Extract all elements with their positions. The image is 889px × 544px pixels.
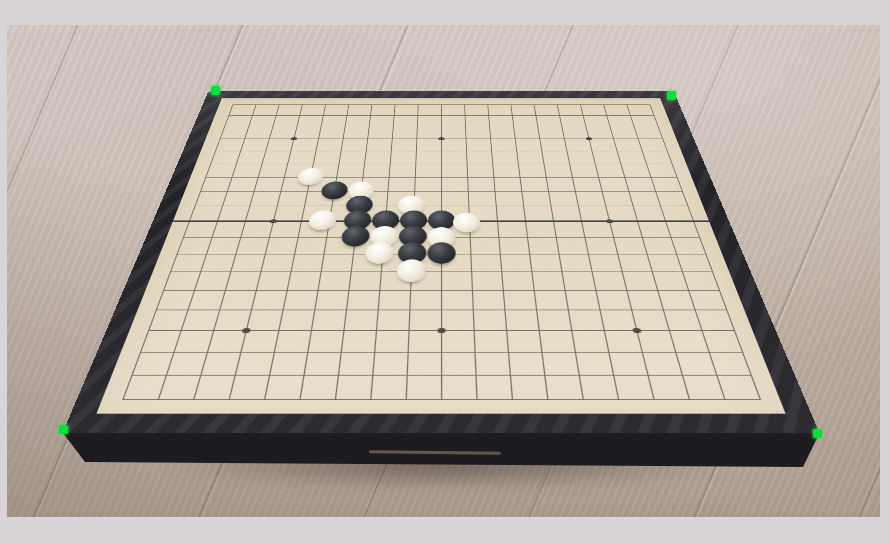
screenshot-canvas bbox=[0, 0, 889, 544]
grid-line-vertical bbox=[649, 104, 760, 399]
white-stone bbox=[307, 210, 337, 230]
grid-line-vertical bbox=[510, 104, 548, 399]
board-surface bbox=[96, 98, 785, 413]
grid-line-horizontal bbox=[163, 290, 720, 291]
grid-line-vertical bbox=[464, 104, 477, 399]
star-point bbox=[269, 219, 277, 223]
photo-wood-floor bbox=[7, 25, 880, 517]
grid-line-horizontal bbox=[169, 271, 712, 272]
star-point bbox=[438, 137, 444, 140]
black-stone bbox=[340, 226, 370, 246]
grid-line-horizontal bbox=[122, 399, 761, 400]
corner-marker-bottom-right bbox=[813, 429, 822, 438]
black-stone bbox=[427, 242, 456, 263]
corner-marker-top-left bbox=[211, 86, 220, 95]
grid-line-vertical bbox=[580, 104, 655, 399]
grid-line-vertical bbox=[556, 104, 618, 399]
grid-line-vertical bbox=[299, 104, 349, 399]
white-stone bbox=[396, 259, 426, 282]
white-stone bbox=[365, 242, 395, 263]
star-point bbox=[437, 328, 445, 333]
grid-line-vertical bbox=[487, 104, 513, 399]
black-stone bbox=[320, 181, 349, 199]
go-board bbox=[63, 91, 820, 433]
corner-marker-top-right bbox=[667, 91, 676, 100]
grid-line-horizontal bbox=[155, 309, 727, 310]
grid-line-horizontal bbox=[139, 351, 742, 352]
grid-line-horizontal bbox=[131, 374, 751, 375]
star-point bbox=[631, 328, 640, 333]
star-point bbox=[290, 137, 297, 140]
white-stone bbox=[296, 168, 325, 185]
star-point bbox=[605, 219, 613, 223]
white-stone bbox=[453, 213, 481, 233]
corner-marker-bottom-left bbox=[59, 425, 68, 434]
grid-line-vertical bbox=[122, 104, 233, 399]
grid-line-vertical bbox=[157, 104, 256, 399]
star-point bbox=[585, 137, 592, 140]
grid-line-vertical bbox=[263, 104, 325, 399]
star-point bbox=[241, 328, 250, 333]
